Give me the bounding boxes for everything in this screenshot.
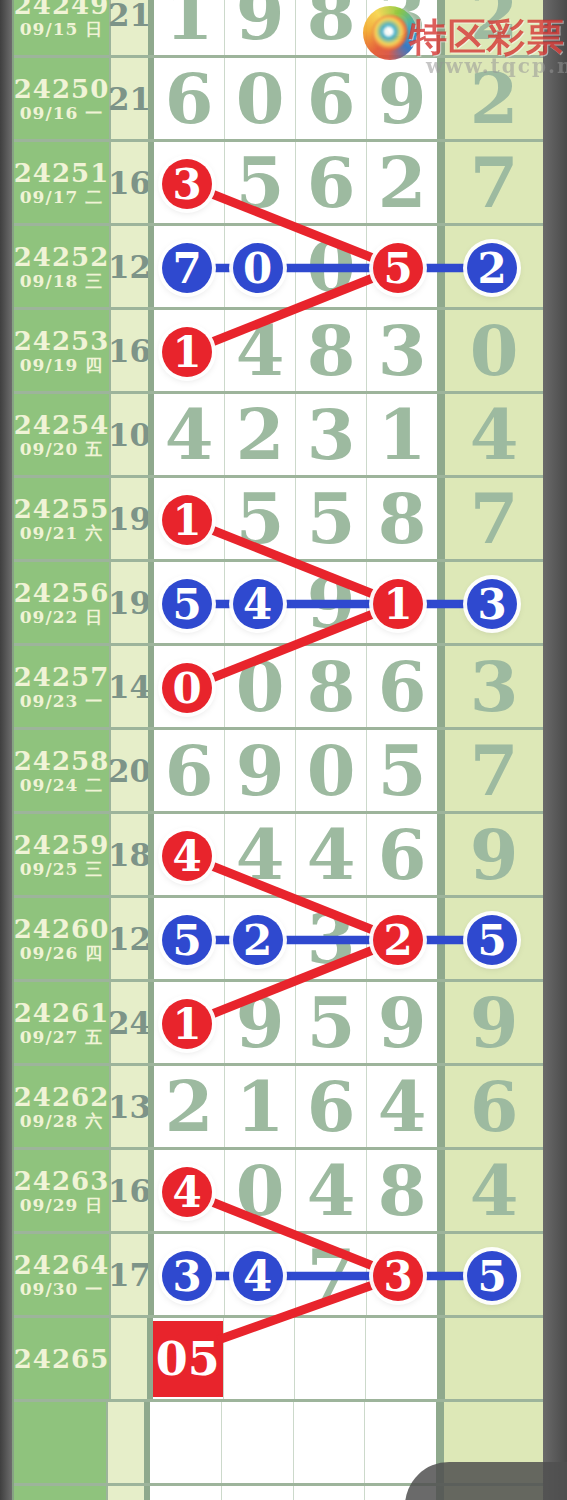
fifth-digit-cell: 2 [445, 58, 543, 139]
period-number: 24258 [14, 747, 109, 775]
period-number: 24249 [14, 0, 109, 19]
period-number: 24251 [14, 159, 109, 187]
draw-date: 09/15 日 [20, 19, 103, 39]
fifth-digit-cell [445, 226, 543, 307]
digit-cell: 6 [154, 58, 225, 139]
digit-area: 4231 [148, 394, 445, 475]
period-number: 24261 [14, 999, 109, 1027]
sum-cell: 19 [109, 562, 148, 643]
period-cell: 2425309/19 四 [14, 310, 109, 391]
digit: 5 [236, 480, 285, 558]
period-number: 24254 [14, 411, 109, 439]
digit-cell [154, 898, 225, 979]
fifth-digit-cell: 7 [445, 730, 543, 811]
fifth-digit-cell [445, 898, 543, 979]
digit-cell: 8 [367, 1150, 437, 1231]
digit: 8 [378, 1152, 427, 1230]
sum-cell [106, 1402, 144, 1483]
digit-cell: 5 [296, 478, 367, 559]
sum-cell: 21 [109, 0, 148, 55]
digit-area: 7 [148, 1234, 445, 1315]
digit-area: 086 [148, 646, 445, 727]
table-row: 2425309/19 四164830 [14, 310, 543, 394]
digit: 4 [165, 396, 214, 474]
table-row: 2425209/18 三120 [14, 226, 543, 310]
digit: 4 [236, 816, 285, 894]
digit: 9 [307, 564, 356, 642]
digit: 1 [236, 1068, 285, 1146]
digit-cell: 4 [367, 1066, 437, 1147]
digit-cell [367, 226, 437, 307]
digit-cell: 4 [296, 1150, 367, 1231]
period-number: 24252 [14, 243, 109, 271]
digit: 4 [236, 312, 285, 390]
digit: 7 [470, 480, 519, 558]
digit: 6 [165, 732, 214, 810]
digit-cell: 1 [367, 394, 437, 475]
digit: 6 [470, 1068, 519, 1146]
draw-date: 09/20 五 [20, 439, 103, 459]
digit: 3 [307, 900, 356, 978]
digit: 9 [470, 816, 519, 894]
digit-cell: 7 [296, 1234, 367, 1315]
digit-cell: 0 [225, 1150, 296, 1231]
sum-cell: 19 [109, 478, 148, 559]
digit-cell: 9 [367, 982, 437, 1063]
period-number: 24253 [14, 327, 109, 355]
fifth-digit-cell [445, 1318, 543, 1399]
digit-cell: 6 [296, 142, 367, 223]
digit-cell: 6 [154, 730, 225, 811]
digit-area: 1983 [148, 0, 445, 55]
digit-area: 562 [148, 142, 445, 223]
digit-cell: 4 [225, 310, 296, 391]
digit-cell [294, 1402, 366, 1483]
table-row: 2425509/21 六195587 [14, 478, 543, 562]
digit: 8 [307, 0, 356, 54]
digit-cell [225, 226, 296, 307]
period-cell: 2424909/15 日 [14, 0, 109, 55]
table-row: 2426309/29 日160484 [14, 1150, 543, 1234]
digit-area: 05 [147, 1318, 445, 1399]
digit-area: 6905 [148, 730, 445, 811]
digit-cell: 2 [154, 1066, 225, 1147]
sum-cell: 16 [109, 1150, 148, 1231]
period-number: 24257 [14, 663, 109, 691]
digit: 2 [378, 144, 427, 222]
digit-cell: 2 [225, 394, 296, 475]
period-cell: 24265 [14, 1318, 109, 1399]
digit: 6 [165, 60, 214, 138]
draw-date: 09/26 四 [20, 943, 103, 963]
bottom-sheet-corner [405, 1462, 567, 1500]
table-row: 2426409/30 一177 [14, 1234, 543, 1318]
digit: 9 [470, 984, 519, 1062]
next-draw-box: 05 [153, 1321, 223, 1397]
digit-cell [367, 1234, 437, 1315]
period-number: 24250 [14, 75, 109, 103]
sum-cell: 18 [109, 814, 148, 895]
digit: 7 [307, 1236, 356, 1314]
digit: 0 [470, 312, 519, 390]
digit: 2 [165, 1068, 214, 1146]
digit: 6 [307, 144, 356, 222]
period-cell: 2426009/26 四 [14, 898, 109, 979]
digit-cell: 3 [296, 898, 367, 979]
digit: 7 [470, 732, 519, 810]
period-cell: 2426209/28 六 [14, 1066, 109, 1147]
fifth-digit-cell: 6 [445, 1066, 543, 1147]
period-cell: 2425209/18 三 [14, 226, 109, 307]
table-row: 2425709/23 一140863 [14, 646, 543, 730]
digit: 0 [307, 732, 356, 810]
digit-cell [154, 646, 225, 727]
fifth-digit-cell: 9 [445, 982, 543, 1063]
fifth-digit-cell: 2 [445, 0, 543, 55]
period-cell: 2426409/30 一 [14, 1234, 109, 1315]
digit-cell: 3 [367, 0, 437, 55]
digit-cell: 1 [225, 1066, 296, 1147]
digit: 6 [307, 1068, 356, 1146]
table-row: 2424909/15 日2119832 [14, 0, 543, 58]
sum-cell: 12 [109, 898, 148, 979]
period-cell: 2425009/16 一 [14, 58, 109, 139]
sum-cell: 17 [109, 1234, 148, 1315]
digit-area: 0 [148, 226, 445, 307]
digit-cell [154, 1234, 225, 1315]
digit-cell: 6 [367, 646, 437, 727]
period-number: 24260 [14, 915, 109, 943]
digit-area: 2164 [148, 1066, 445, 1147]
digit-cell: 9 [225, 982, 296, 1063]
table-row: 2425909/25 三184469 [14, 814, 543, 898]
digit-cell: 9 [225, 0, 296, 55]
fifth-digit-cell [445, 562, 543, 643]
digit-cell: 3 [296, 394, 367, 475]
sum-cell: 24 [109, 982, 148, 1063]
digit-area: 6069 [148, 58, 445, 139]
table-row: 2425809/24 二2069057 [14, 730, 543, 814]
digit-cell [154, 562, 225, 643]
draw-date: 09/18 三 [20, 271, 103, 291]
sum-cell: 21 [109, 58, 148, 139]
sum-cell: 10 [109, 394, 148, 475]
digit-cell [367, 898, 437, 979]
digit-cell: 0 [296, 730, 367, 811]
digit-cell [294, 1486, 366, 1500]
digit: 5 [378, 732, 427, 810]
digit-cell [154, 982, 225, 1063]
digit-cell [150, 1402, 222, 1483]
digit: 4 [470, 396, 519, 474]
period-cell: 2425709/23 一 [14, 646, 109, 727]
table-row: 2425409/20 五1042314 [14, 394, 543, 478]
digit: 9 [236, 732, 285, 810]
digit: 9 [236, 0, 285, 54]
digit: 8 [307, 312, 356, 390]
period-number: 24262 [14, 1083, 109, 1111]
digit: 2 [470, 0, 519, 54]
digit: 0 [236, 1152, 285, 1230]
digit: 5 [307, 984, 356, 1062]
sum-cell: 16 [109, 142, 148, 223]
draw-date: 09/21 六 [20, 523, 103, 543]
period-cell [14, 1486, 106, 1500]
digit-cell: 0 [225, 646, 296, 727]
table-row: 2426009/26 四123 [14, 898, 543, 982]
digit: 6 [378, 816, 427, 894]
digit-cell: 5 [367, 730, 437, 811]
sum-cell: 12 [109, 226, 148, 307]
digit-cell: 8 [367, 478, 437, 559]
draw-date: 09/22 日 [20, 607, 103, 627]
digit: 0 [307, 228, 356, 306]
table-row: 2426209/28 六1321646 [14, 1066, 543, 1150]
digit-area: 446 [148, 814, 445, 895]
digit-cell: 2 [367, 142, 437, 223]
digit-cell: 6 [296, 1066, 367, 1147]
draw-date: 09/28 六 [20, 1111, 103, 1131]
digit: 9 [378, 60, 427, 138]
digit: 1 [378, 396, 427, 474]
digit-area: 558 [148, 478, 445, 559]
digit-cell [154, 310, 225, 391]
period-number: 24259 [14, 831, 109, 859]
digit: 4 [307, 816, 356, 894]
digit: 1 [165, 0, 214, 54]
period-cell: 2425509/21 六 [14, 478, 109, 559]
draw-date: 09/24 二 [20, 775, 103, 795]
digit-cell [295, 1318, 366, 1399]
period-cell [14, 1402, 106, 1483]
digit-cell: 8 [296, 0, 367, 55]
digit-cell: 0 [296, 226, 367, 307]
draw-date: 09/17 二 [20, 187, 103, 207]
sum-cell: 20 [109, 730, 148, 811]
digit-cell [154, 1150, 225, 1231]
period-cell: 2425409/20 五 [14, 394, 109, 475]
digit-cell [222, 1486, 294, 1500]
digit-area: 048 [148, 1150, 445, 1231]
fifth-digit-cell: 0 [445, 310, 543, 391]
period-cell: 2425609/22 日 [14, 562, 109, 643]
fifth-digit-cell [445, 1234, 543, 1315]
digit-area: 9 [148, 562, 445, 643]
digit-cell [224, 1318, 295, 1399]
digit-area: 959 [148, 982, 445, 1063]
draw-date: 09/19 四 [20, 355, 103, 375]
digit: 4 [378, 1068, 427, 1146]
digit: 4 [307, 1152, 356, 1230]
sum-cell: 14 [109, 646, 148, 727]
digit-cell: 8 [296, 310, 367, 391]
digit-area [144, 1402, 444, 1483]
draw-date: 09/30 一 [20, 1279, 103, 1299]
digit-cell [154, 814, 225, 895]
digit: 6 [307, 60, 356, 138]
digit: 8 [307, 648, 356, 726]
digit-cell [154, 478, 225, 559]
digit: 0 [236, 648, 285, 726]
period-number: 24256 [14, 579, 109, 607]
digit-area: 483 [148, 310, 445, 391]
digit-cell [225, 562, 296, 643]
digit: 3 [470, 648, 519, 726]
digit-cell: 9 [225, 730, 296, 811]
digit: 7 [470, 144, 519, 222]
digit-cell: 9 [367, 58, 437, 139]
period-cell: 2425109/17 二 [14, 142, 109, 223]
fifth-digit-cell: 9 [445, 814, 543, 895]
draw-date: 09/25 三 [20, 859, 103, 879]
digit: 5 [307, 480, 356, 558]
digit-cell: 3 [367, 310, 437, 391]
digit-cell: 5 [296, 982, 367, 1063]
table-row: 2426505 [14, 1318, 543, 1402]
fifth-digit-cell: 3 [445, 646, 543, 727]
digit-cell: 9 [296, 562, 367, 643]
sum-cell: 16 [109, 310, 148, 391]
sum-cell [109, 1318, 147, 1399]
fifth-digit-cell: 7 [445, 478, 543, 559]
period-cell: 2425909/25 三 [14, 814, 109, 895]
digit-cell [222, 1402, 294, 1483]
period-cell: 2426109/27 五 [14, 982, 109, 1063]
period-number: 24264 [14, 1251, 109, 1279]
period-number: 24255 [14, 495, 109, 523]
digit-area [144, 1486, 444, 1500]
draw-date: 09/16 一 [20, 103, 103, 123]
digit: 5 [236, 144, 285, 222]
table-row: 2426109/27 五249599 [14, 982, 543, 1066]
digit: 9 [378, 984, 427, 1062]
fifth-digit-cell: 4 [445, 394, 543, 475]
digit-cell: 05 [153, 1318, 224, 1399]
digit: 4 [470, 1152, 519, 1230]
period-cell: 2426309/29 日 [14, 1150, 109, 1231]
digit-cell [367, 562, 437, 643]
digit-cell: 4 [225, 814, 296, 895]
digit-cell: 0 [225, 58, 296, 139]
digit-cell: 1 [154, 0, 225, 55]
period-number: 24265 [14, 1345, 109, 1373]
page-left-margin [0, 0, 12, 1500]
table-row: 2425009/16 一2160692 [14, 58, 543, 142]
digit-cell: 6 [296, 58, 367, 139]
digit-cell [225, 898, 296, 979]
digit-cell: 6 [367, 814, 437, 895]
digit: 8 [378, 480, 427, 558]
digit: 9 [236, 984, 285, 1062]
digit-cell: 8 [296, 646, 367, 727]
digit-cell: 5 [225, 142, 296, 223]
sum-cell [106, 1486, 144, 1500]
sum-cell: 13 [109, 1066, 148, 1147]
digit-cell: 5 [225, 478, 296, 559]
digit: 3 [378, 312, 427, 390]
table-row: 2425609/22 日199 [14, 562, 543, 646]
digit: 3 [378, 0, 427, 54]
digit: 2 [236, 396, 285, 474]
digit-area: 3 [148, 898, 445, 979]
draw-date: 09/23 一 [20, 691, 103, 711]
page-right-margin [543, 0, 567, 1500]
digit: 3 [307, 396, 356, 474]
period-number: 24263 [14, 1167, 109, 1195]
trend-table: 2424909/15 日21198322425009/16 一216069224… [12, 0, 543, 1500]
digit-cell [150, 1486, 222, 1500]
table-row: 2425109/17 二165627 [14, 142, 543, 226]
digit-cell: 4 [154, 394, 225, 475]
digit-cell [154, 142, 225, 223]
fifth-digit-cell: 7 [445, 142, 543, 223]
period-cell: 2425809/24 二 [14, 730, 109, 811]
digit: 0 [236, 60, 285, 138]
digit-cell [225, 1234, 296, 1315]
digit-cell [154, 226, 225, 307]
digit: 6 [378, 648, 427, 726]
fifth-digit-cell: 4 [445, 1150, 543, 1231]
digit-cell: 4 [296, 814, 367, 895]
draw-date: 09/29 日 [20, 1195, 103, 1215]
digit-cell [366, 1318, 436, 1399]
draw-date: 09/27 五 [20, 1027, 103, 1047]
digit: 2 [470, 60, 519, 138]
lottery-trend-chart-page: 2424909/15 日21198322425009/16 一216069224… [0, 0, 567, 1500]
